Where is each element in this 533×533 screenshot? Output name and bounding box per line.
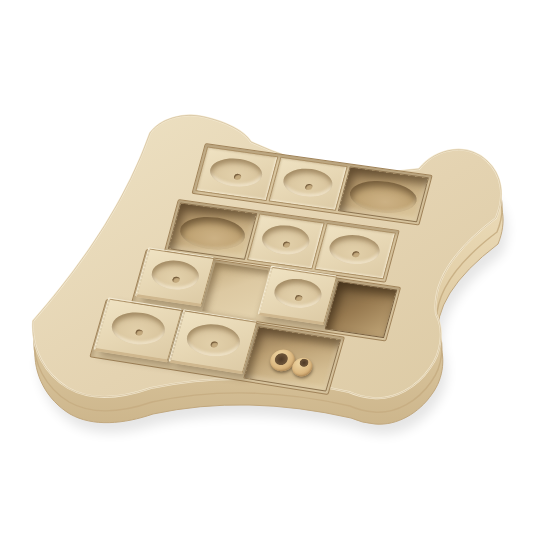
- dimple-center-pip: [210, 341, 219, 348]
- open-treat-well: [338, 166, 429, 222]
- dimple-center-pip: [134, 329, 143, 336]
- treat-well-with-treats: [243, 326, 341, 391]
- dimple-center-pip: [304, 184, 312, 191]
- dimple-center-pip: [294, 295, 303, 302]
- slider-block[interactable]: [314, 223, 396, 279]
- slider-dimple: [108, 308, 169, 347]
- slider-block[interactable]: [136, 248, 215, 306]
- well-circular-recess: [176, 213, 248, 253]
- slider-dimple: [207, 155, 266, 190]
- slider-block[interactable]: [247, 213, 325, 269]
- slider-block[interactable]: [268, 157, 347, 211]
- dimple-center-pip: [233, 174, 241, 181]
- slider-dimple: [280, 165, 336, 199]
- treat-dark-spot: [273, 352, 290, 365]
- dimple-center-pip: [172, 277, 181, 284]
- slider-dimple: [183, 320, 244, 359]
- open-treat-well-deep: [325, 281, 398, 338]
- slider-dimple: [258, 222, 313, 257]
- slider-dimple: [326, 232, 383, 268]
- slider-dimple: [270, 276, 325, 312]
- slider-block[interactable]: [169, 310, 257, 374]
- dimple-center-pip: [351, 251, 359, 258]
- treat-dark-spot: [298, 358, 309, 367]
- open-treat-well: [168, 202, 258, 260]
- slider-block[interactable]: [195, 146, 278, 201]
- product-photo: [0, 0, 533, 533]
- slider-block[interactable]: [94, 299, 182, 363]
- dimple-center-pip: [282, 241, 290, 248]
- well-circular-recess: [346, 177, 420, 216]
- slider-dimple: [148, 257, 203, 293]
- slider-block[interactable]: [258, 267, 337, 325]
